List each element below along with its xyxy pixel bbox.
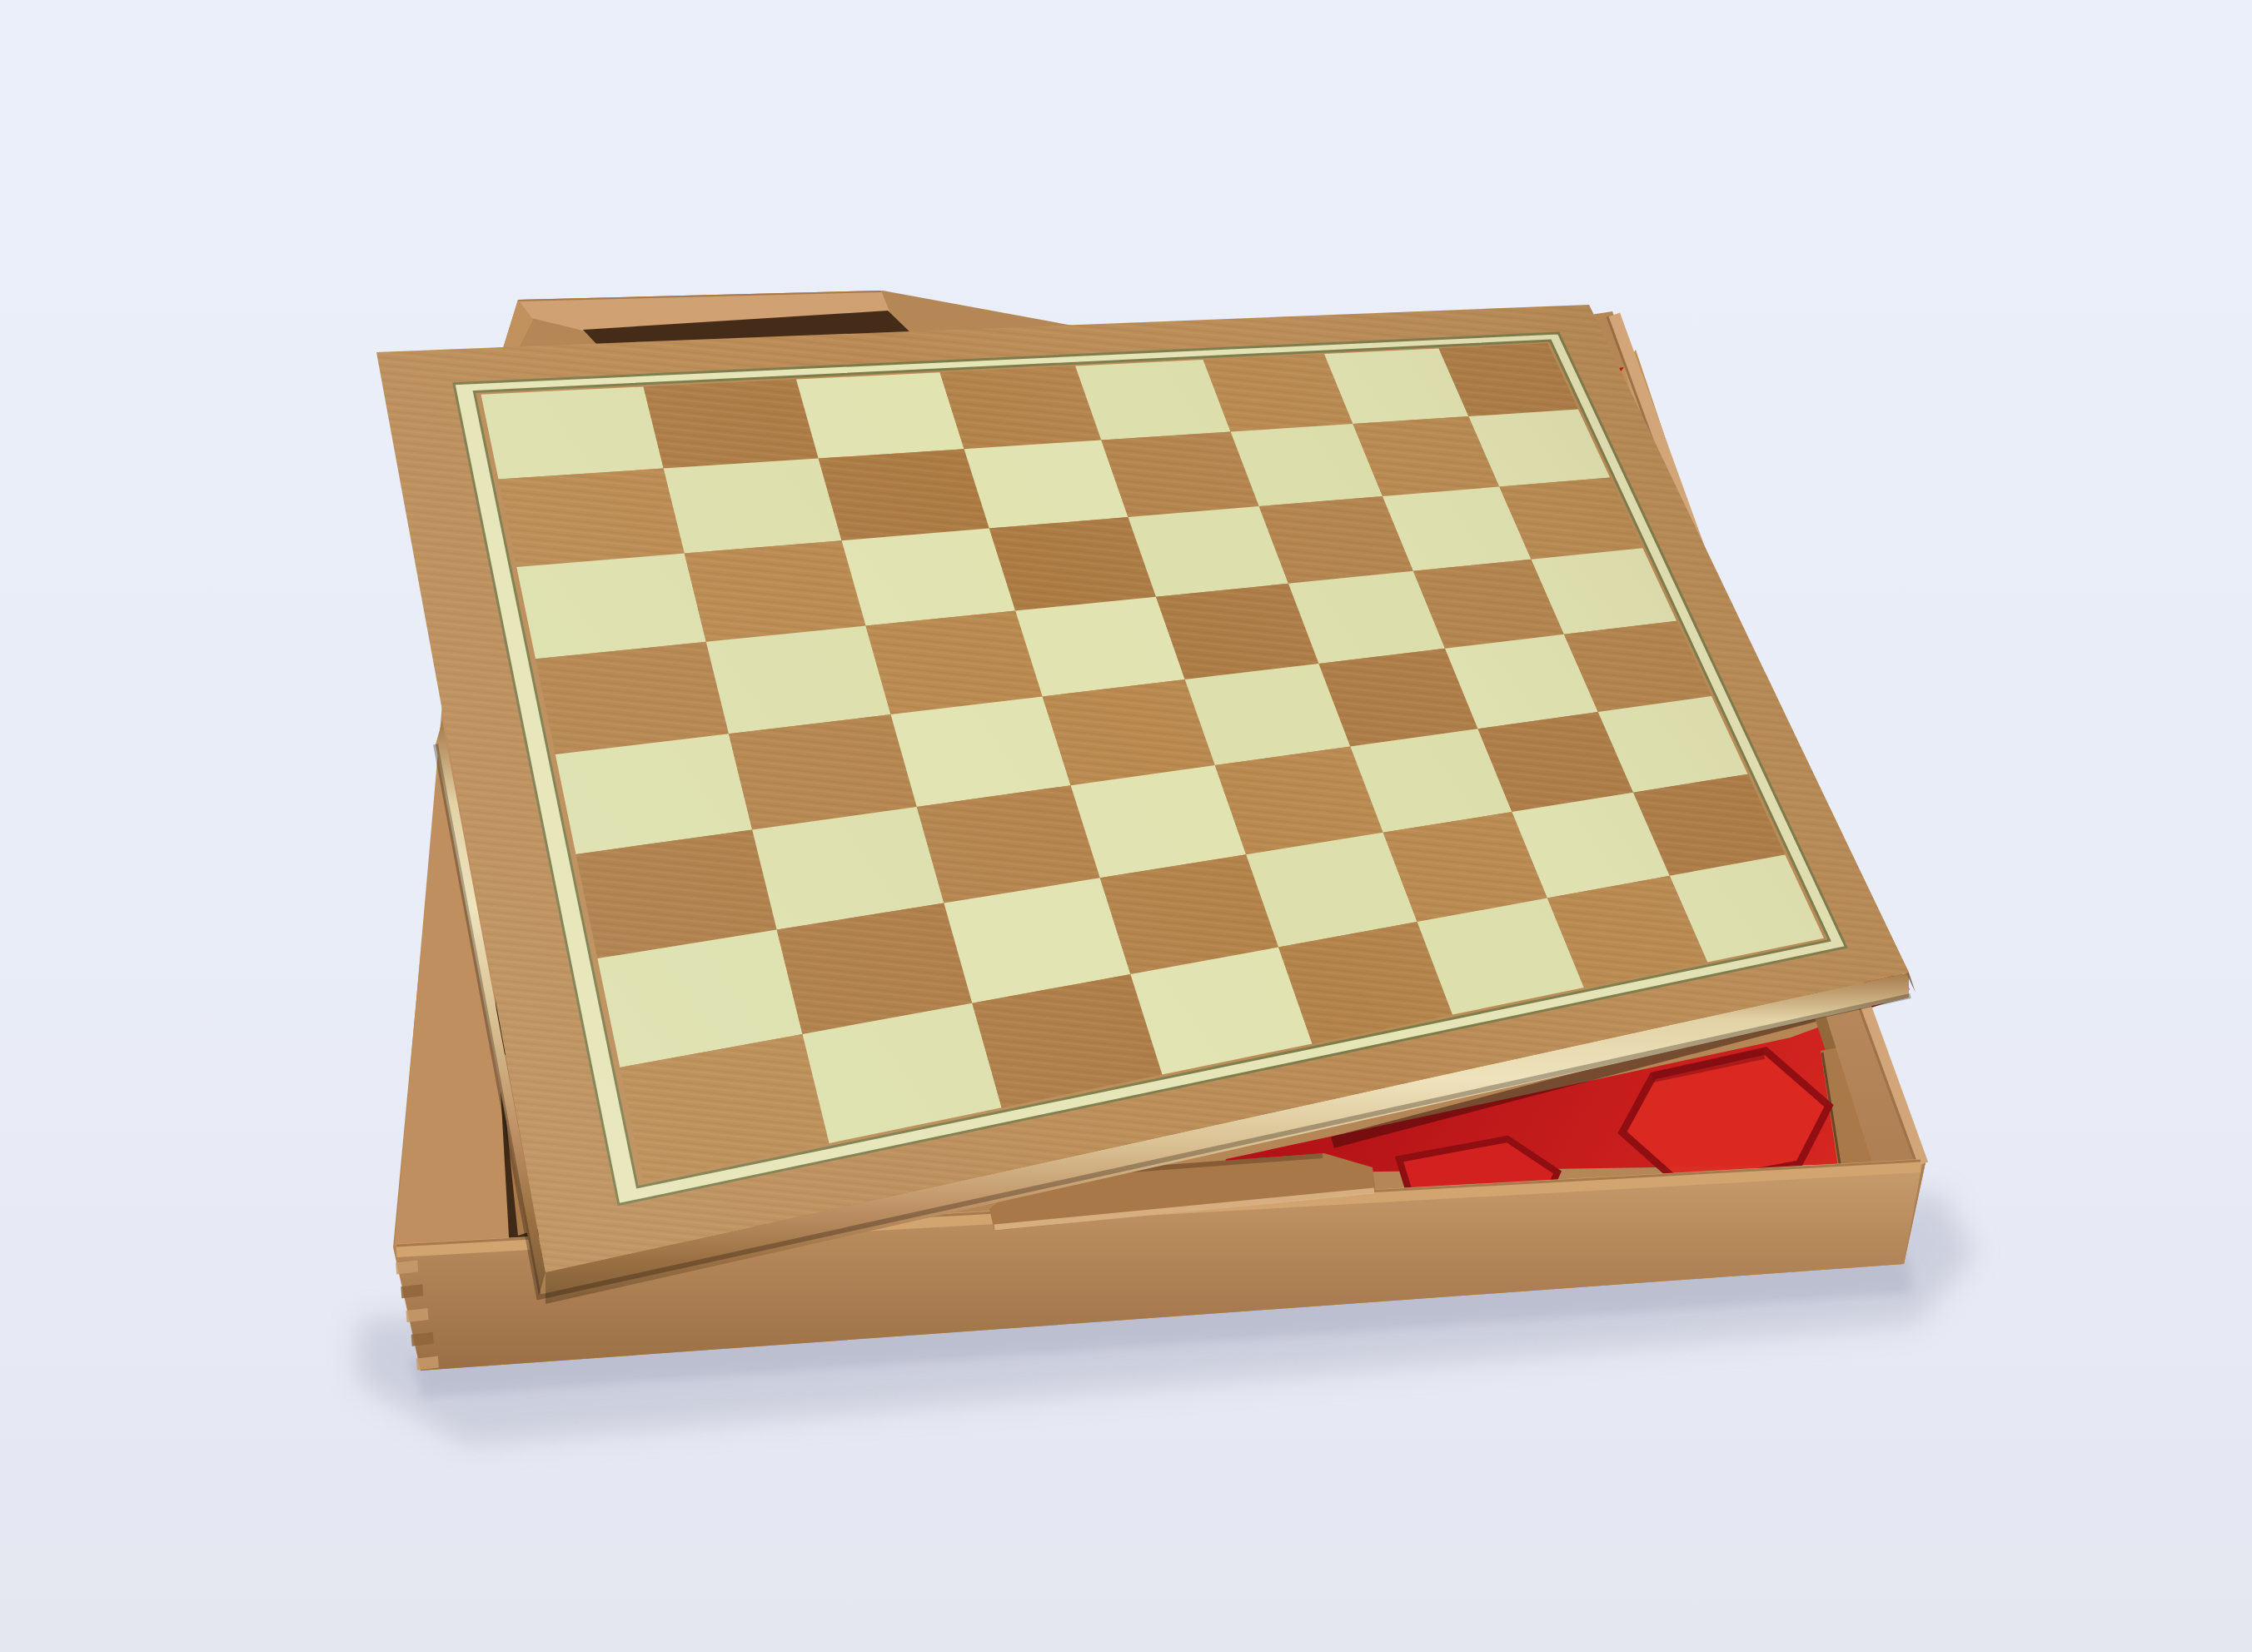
finger-joint [401,1284,423,1298]
finger-joint [416,1356,439,1371]
chess-set-photo [0,0,2252,1652]
scene-canvas [0,0,2252,1652]
finger-joint [406,1308,429,1322]
finger-joint [411,1332,434,1346]
finger-joint [396,1260,418,1274]
